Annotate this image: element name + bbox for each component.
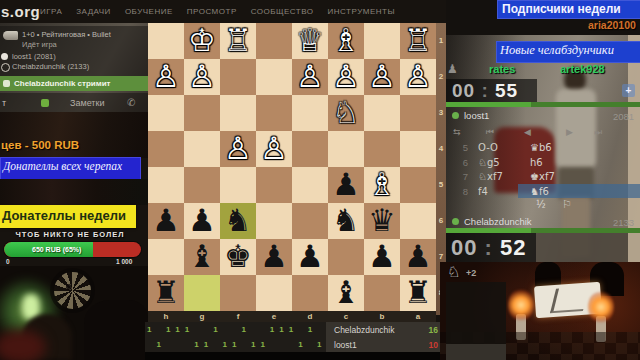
nav-item-obuchenie[interactable]: ОБУЧЕНИЕ <box>125 7 173 16</box>
phone-icon[interactable]: ✆ <box>127 97 135 108</box>
candle-flame-right <box>588 290 614 324</box>
piece-b-c8[interactable]: ♝ <box>328 274 364 310</box>
red-glow <box>0 330 46 360</box>
clock-bottom-sec: 52 <box>500 235 526 260</box>
square-f4[interactable]: ♙ <box>220 131 256 167</box>
dartboard <box>50 268 95 313</box>
webcam-pub-scene <box>0 266 148 360</box>
piece-B-b5[interactable]: ♗ <box>364 166 400 202</box>
square-c4[interactable] <box>328 131 364 167</box>
square-g3[interactable] <box>184 95 220 131</box>
donation-progress-bar: 650 RUB (65%) <box>4 242 141 257</box>
plus-overlay-icon: + <box>622 84 635 97</box>
move-number-6: 6 <box>452 157 468 168</box>
piece-p-e7[interactable]: ♟ <box>256 238 292 274</box>
lichess-logo[interactable]: s.org <box>1 3 40 20</box>
square-b8[interactable] <box>364 275 400 311</box>
piece-P-b2[interactable]: ♙ <box>364 58 400 94</box>
win-mark: 1 <box>242 325 246 334</box>
score-total: 10 <box>429 340 438 350</box>
win-mark: 1 <box>156 340 160 349</box>
square-e4[interactable]: ♙ <box>256 131 292 167</box>
donation-line: цев - 500 RUB <box>1 139 79 151</box>
square-a1[interactable]: ♖ <box>400 23 436 59</box>
square-d1[interactable]: ♕ <box>292 23 328 59</box>
nav-item-instrumenty[interactable]: ИНСТРУМЕНТЫ <box>328 7 395 16</box>
square-e5[interactable] <box>256 167 292 203</box>
score-player-name[interactable]: loost1 <box>334 340 357 350</box>
piece-N-c3[interactable]: ♘ <box>328 94 364 130</box>
rank-label-7: 7 <box>436 252 446 261</box>
win-mark: 1 <box>147 325 151 334</box>
clock-top: 00 : 55 <box>446 79 537 103</box>
piece-p-d7[interactable]: ♟ <box>292 238 328 274</box>
square-b2[interactable]: ♙ <box>364 59 400 95</box>
win-mark: 1 <box>251 340 255 349</box>
square-d6[interactable] <box>292 203 328 239</box>
online-dot-bottom <box>452 218 459 225</box>
white-player-line[interactable]: loost1 (2081) <box>12 52 56 61</box>
nav-item-soobshestvo[interactable]: СООБЩЕСТВО <box>251 7 314 16</box>
new-subs-banner-label: Новые челабздунчики <box>500 43 614 58</box>
person-torso <box>556 89 596 169</box>
move-number-8: 8 <box>452 186 468 197</box>
piece-b-g7[interactable]: ♝ <box>184 238 220 274</box>
file-label-c: c <box>328 312 364 321</box>
square-f2[interactable] <box>220 59 256 95</box>
piece-P-e4[interactable]: ♙ <box>256 130 292 166</box>
piece-R-f1[interactable]: ♖ <box>220 22 256 58</box>
square-c3[interactable]: ♘ <box>328 95 364 131</box>
square-e3[interactable] <box>256 95 292 131</box>
square-e1[interactable] <box>256 23 292 59</box>
rank-label-4: 4 <box>436 144 446 153</box>
move-black-7[interactable]: ♚xf7 <box>530 171 555 182</box>
rank-label-3: 3 <box>436 108 446 117</box>
piece-p-g6[interactable]: ♟ <box>184 202 220 238</box>
clock-top-sec: 55 <box>495 80 518 101</box>
black-color-icon <box>1 63 10 72</box>
panel-dark-box <box>446 282 506 344</box>
square-e6[interactable] <box>256 203 292 239</box>
player-top-rating: 2081 <box>613 111 634 122</box>
square-h7[interactable] <box>148 239 184 275</box>
square-h1[interactable] <box>148 23 184 59</box>
draw-offer-button[interactable]: ½ <box>536 199 546 210</box>
square-d5[interactable] <box>292 167 328 203</box>
square-b6[interactable]: ♛ <box>364 203 400 239</box>
scale-max-label: 1 000 <box>116 258 132 265</box>
rank-label-1: 1 <box>436 36 446 45</box>
stream-icon <box>3 80 10 87</box>
file-label-g: g <box>184 312 220 321</box>
square-e7[interactable]: ♟ <box>256 239 292 275</box>
next-move-icon[interactable]: ▶ <box>566 127 573 137</box>
material-advantage: +2 <box>466 268 476 278</box>
square-f6[interactable]: ♞ <box>220 203 256 239</box>
piece-n-c6[interactable]: ♞ <box>328 202 364 238</box>
green-name-left: rates <box>489 63 515 75</box>
move-number-7: 7 <box>452 171 468 182</box>
square-h3[interactable] <box>148 95 184 131</box>
move-black-5[interactable]: ♛b6 <box>530 142 552 153</box>
clock-top-min: 00 <box>452 80 475 101</box>
square-h5[interactable] <box>148 167 184 203</box>
win-mark: 1 <box>213 325 217 334</box>
rank-label-5: 5 <box>436 180 446 189</box>
piece-P-f4[interactable]: ♙ <box>220 130 256 166</box>
nav-item-igra[interactable]: ИГРА <box>40 7 62 16</box>
candle-flame-left <box>508 288 534 322</box>
captured-pawn-icon: ♟ <box>447 62 458 76</box>
win-mark: 1 <box>185 325 189 334</box>
win-mark: 1 <box>204 340 208 349</box>
white-color-icon <box>1 53 8 60</box>
piece-p-a7[interactable]: ♟ <box>400 238 436 274</box>
move-black-8[interactable]: ♞f6 <box>530 186 549 197</box>
bullet-icon <box>3 31 18 40</box>
square-h2[interactable]: ♙ <box>148 59 184 95</box>
result-marks: 1111111111 <box>145 322 325 337</box>
file-label-b: b <box>364 312 400 321</box>
green-name-right: artek928 <box>560 63 605 75</box>
piece-B-c1[interactable]: ♗ <box>328 22 364 58</box>
new-subs-banner: Новые челабздунчики <box>496 41 640 63</box>
blue-banner-left-label: Донателлы всех черепах <box>3 160 122 172</box>
square-g4[interactable] <box>184 131 220 167</box>
time-bar-top <box>446 102 640 107</box>
square-f1[interactable]: ♖ <box>220 23 256 59</box>
square-c6[interactable]: ♞ <box>328 203 364 239</box>
square-h6[interactable]: ♟ <box>148 203 184 239</box>
square-g6[interactable]: ♟ <box>184 203 220 239</box>
move-white-5[interactable]: O-O <box>478 142 498 153</box>
person-silhouette-2 <box>84 300 148 360</box>
square-a8[interactable]: ♜ <box>400 275 436 311</box>
square-h4[interactable] <box>148 131 184 167</box>
square-e8[interactable] <box>256 275 292 311</box>
square-a7[interactable]: ♟ <box>400 239 436 275</box>
square-f3[interactable] <box>220 95 256 131</box>
move-black-6[interactable]: h6 <box>530 157 543 168</box>
score-name-cell: loost110 <box>326 337 445 352</box>
game-status-label: Идёт игра <box>22 40 57 49</box>
square-g1[interactable]: ♔ <box>184 23 220 59</box>
result-marks: 111111111 <box>145 337 325 352</box>
tab-chat-partial[interactable]: т <box>2 98 6 108</box>
square-b1[interactable] <box>364 23 400 59</box>
file-label-f: f <box>220 312 256 321</box>
yellow-banner-label: Донателлы недели <box>2 208 126 223</box>
move-white-7[interactable]: ♘xf7 <box>478 171 503 182</box>
square-a6[interactable] <box>400 203 436 239</box>
player-bottom-name[interactable]: Chelabzdunchik <box>464 216 532 227</box>
win-mark: 1 <box>289 325 293 334</box>
subscriber-name: aria20100 <box>588 19 636 31</box>
piece-P-h2[interactable]: ♙ <box>148 58 184 94</box>
chat-toggle-icon[interactable] <box>41 99 49 107</box>
nav-item-zadachi[interactable]: ЗАДАЧИ <box>76 7 111 16</box>
piece-P-a2[interactable]: ♙ <box>400 58 436 94</box>
square-g8[interactable] <box>184 275 220 311</box>
score-name-cell: Chelabzdunchik16 <box>326 322 445 337</box>
time-control-label: 1+0 • Рейтинговая • Bullet <box>22 30 111 39</box>
piece-p-c5[interactable]: ♟ <box>328 166 364 202</box>
match-scoreboard: 1111111111Chelabzdunchik16111111111loost… <box>145 322 445 352</box>
square-a3[interactable] <box>400 95 436 131</box>
piece-Q-d1[interactable]: ♕ <box>292 22 328 58</box>
file-label-d: d <box>292 312 328 321</box>
first-move-icon[interactable]: ⏮ <box>486 127 494 138</box>
win-mark: 1 <box>308 325 312 334</box>
goal-caption: ЧТОБ НИКТО НЕ БОЛЕЛ <box>0 230 140 239</box>
square-a4[interactable] <box>400 131 436 167</box>
move-number-5: 5 <box>452 142 468 153</box>
win-mark: 1 <box>317 340 321 349</box>
piece-r-a8[interactable]: ♜ <box>400 274 436 310</box>
score-row-loost1: 111111111loost110 <box>145 337 445 352</box>
chess-board[interactable]: ♔♖♕♗♖♙♙♙♙♙♙♘♙♙♟♗♟♟♞♞♛♝♚♟♟♟♟♜♝♜ <box>148 23 436 311</box>
square-b3[interactable] <box>364 95 400 131</box>
piece-q-b6[interactable]: ♛ <box>364 202 400 238</box>
rank-label-6: 6 <box>436 216 446 225</box>
black-player-line[interactable]: Chelabzdunchik (2133) <box>12 62 89 71</box>
move-white-6[interactable]: ♘g5 <box>478 157 500 168</box>
resign-flag-icon[interactable]: ⚐ <box>562 198 572 211</box>
piece-K-g1[interactable]: ♔ <box>184 22 220 58</box>
blue-banner-left: Донателлы всех черепах <box>0 157 141 180</box>
square-d7[interactable]: ♟ <box>292 239 328 275</box>
rank-label-2: 2 <box>436 72 446 81</box>
tab-notes[interactable]: Заметки <box>70 98 104 108</box>
win-mark: 1 <box>260 340 264 349</box>
stream-screenshot: s.org ИГРА ЗАДАЧИ ОБУЧЕНИЕ ПРОСМОТР СООБ… <box>0 0 640 360</box>
file-label-e: e <box>256 312 292 321</box>
square-b7[interactable]: ♟ <box>364 239 400 275</box>
score-player-name[interactable]: Chelabzdunchik <box>334 325 394 335</box>
flip-board-icon[interactable]: ⇆ <box>453 127 461 137</box>
square-d4[interactable] <box>292 131 328 167</box>
subscribers-banner: Подписчики недели <box>497 0 640 19</box>
square-a5[interactable] <box>400 167 436 203</box>
square-f8[interactable] <box>220 275 256 311</box>
piece-p-b7[interactable]: ♟ <box>364 238 400 274</box>
square-h8[interactable]: ♜ <box>148 275 184 311</box>
streamer-banner-label: Chelabzdunchik стримит <box>14 79 111 88</box>
piece-P-c2[interactable]: ♙ <box>328 58 364 94</box>
dartboard-bull <box>66 284 72 290</box>
dark-photo-strip-2 <box>0 179 148 205</box>
prev-move-icon[interactable]: ◀ <box>524 127 531 137</box>
win-mark: 1 <box>194 340 198 349</box>
square-f7[interactable]: ♚ <box>220 239 256 275</box>
dark-photo-strip <box>0 112 148 158</box>
clock-bottom: 00 : 52 <box>446 233 536 262</box>
donation-progress-label: 650 RUB (65%) <box>4 246 141 253</box>
score-row-Chelabzdunchik: 1111111111Chelabzdunchik16 <box>145 322 445 337</box>
square-d2[interactable]: ♙ <box>292 59 328 95</box>
player-top-name[interactable]: loost1 <box>464 110 489 121</box>
piece-P-d2[interactable]: ♙ <box>292 58 328 94</box>
square-d8[interactable] <box>292 275 328 311</box>
move-white-8[interactable]: f4 <box>478 186 488 197</box>
square-c8[interactable]: ♝ <box>328 275 364 311</box>
square-b5[interactable]: ♗ <box>364 167 400 203</box>
file-label-h: h <box>148 312 184 321</box>
square-f5[interactable] <box>220 167 256 203</box>
square-e2[interactable] <box>256 59 292 95</box>
piece-P-g2[interactable]: ♙ <box>184 58 220 94</box>
win-mark: 1 <box>270 325 274 334</box>
square-d3[interactable] <box>292 95 328 131</box>
subscribers-banner-label: Подписчики недели <box>502 2 621 16</box>
square-c1[interactable]: ♗ <box>328 23 364 59</box>
piece-r-h8[interactable]: ♜ <box>148 274 184 310</box>
square-c5[interactable]: ♟ <box>328 167 364 203</box>
online-dot-top <box>452 112 459 119</box>
win-mark: 1 <box>279 325 283 334</box>
file-label-a: a <box>400 312 436 321</box>
win-mark: 1 <box>232 340 236 349</box>
square-b4[interactable] <box>364 131 400 167</box>
scale-min-label: 0 <box>6 258 10 265</box>
square-g2[interactable]: ♙ <box>184 59 220 95</box>
clock-bottom-min: 00 <box>451 235 477 260</box>
win-mark: 1 <box>166 325 170 334</box>
square-c2[interactable]: ♙ <box>328 59 364 95</box>
win-mark: 1 <box>298 340 302 349</box>
win-mark: 1 <box>223 340 227 349</box>
square-g5[interactable] <box>184 167 220 203</box>
panel-grey-box <box>446 344 506 360</box>
piece-p-h6[interactable]: ♟ <box>148 202 184 238</box>
clock-hands <box>550 287 589 314</box>
file-coordinates: hgfedcba <box>148 311 436 322</box>
last-move-icon[interactable]: ⏭ <box>594 127 602 138</box>
piece-n-f6[interactable]: ♞ <box>220 202 256 238</box>
score-total: 16 <box>429 325 438 335</box>
main-nav: ИГРА ЗАДАЧИ ОБУЧЕНИЕ ПРОСМОТР СООБЩЕСТВО… <box>40 7 395 16</box>
piece-k-f7[interactable]: ♚ <box>220 238 256 274</box>
piece-R-a1[interactable]: ♖ <box>400 22 436 58</box>
nav-item-prosmotr[interactable]: ПРОСМОТР <box>187 7 237 16</box>
yellow-banner: Донателлы недели <box>0 205 136 228</box>
player-bottom-rating: 2133 <box>613 217 634 228</box>
square-g7[interactable]: ♝ <box>184 239 220 275</box>
captured-knight-icon: ♘ <box>447 263 460 281</box>
win-mark: 1 <box>175 325 179 334</box>
square-c7[interactable] <box>328 239 364 275</box>
square-a2[interactable]: ♙ <box>400 59 436 95</box>
